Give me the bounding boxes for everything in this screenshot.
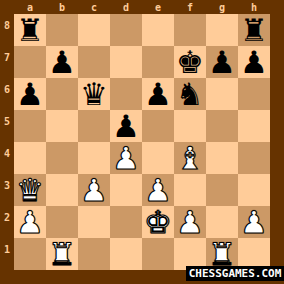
square-h8[interactable]: ♜ [238,14,270,46]
square-e5[interactable] [142,110,174,142]
square-g3[interactable] [206,174,238,206]
file-label-d: d [110,0,142,15]
file-label-h: h [238,0,270,15]
piece-black-pawn: ♟ [240,46,268,78]
square-g5[interactable] [206,110,238,142]
square-a7[interactable] [14,46,46,78]
square-e4[interactable] [142,142,174,174]
square-c5[interactable] [78,110,110,142]
square-f3[interactable] [174,174,206,206]
square-h7[interactable]: ♟ [238,46,270,78]
piece-white-pawn: ♟ [144,174,172,206]
file-label-c: c [78,0,110,15]
square-b5[interactable] [46,110,78,142]
square-c1[interactable] [78,238,110,270]
square-h3[interactable] [238,174,270,206]
file-label-b: b [46,0,78,15]
square-d2[interactable] [110,206,142,238]
square-b8[interactable] [46,14,78,46]
file-label-f: f [174,0,206,15]
rank-label-8: 8 [0,14,14,46]
square-c2[interactable] [78,206,110,238]
piece-white-king: ♚ [144,206,172,238]
square-h5[interactable] [238,110,270,142]
square-d1[interactable] [110,238,142,270]
rank-labels: 87654321 [0,14,14,270]
square-e1[interactable] [142,238,174,270]
square-a5[interactable] [14,110,46,142]
square-e6[interactable]: ♟ [142,78,174,110]
square-f8[interactable] [174,14,206,46]
square-f4[interactable]: ♝ [174,142,206,174]
piece-black-pawn: ♟ [112,110,140,142]
file-label-a: a [14,0,46,15]
rank-label-5: 5 [0,110,14,142]
square-c4[interactable] [78,142,110,174]
piece-white-queen: ♛ [16,174,44,206]
file-label-e: e [142,0,174,15]
square-d3[interactable] [110,174,142,206]
square-a4[interactable] [14,142,46,174]
square-g7[interactable]: ♟ [206,46,238,78]
square-e3[interactable]: ♟ [142,174,174,206]
square-a3[interactable]: ♛ [14,174,46,206]
chess-board-frame: abcdefgh 87654321 ♜♜♟♚♟♟♟♛♟♞♟♟♝♛♟♟♟♚♟♟♜♜… [0,0,284,284]
square-b6[interactable] [46,78,78,110]
square-c8[interactable] [78,14,110,46]
square-d6[interactable] [110,78,142,110]
piece-white-pawn: ♟ [240,206,268,238]
piece-white-pawn: ♟ [112,142,140,174]
piece-black-king: ♚ [176,46,204,78]
square-e2[interactable]: ♚ [142,206,174,238]
piece-black-rook: ♜ [240,14,268,46]
square-b7[interactable]: ♟ [46,46,78,78]
square-b4[interactable] [46,142,78,174]
rank-label-7: 7 [0,46,14,78]
piece-white-bishop: ♝ [176,142,204,174]
rank-label-6: 6 [0,78,14,110]
square-d8[interactable] [110,14,142,46]
square-b3[interactable] [46,174,78,206]
square-h2[interactable]: ♟ [238,206,270,238]
square-g6[interactable] [206,78,238,110]
piece-white-rook: ♜ [48,238,76,270]
piece-black-knight: ♞ [176,78,204,110]
rank-label-2: 2 [0,206,14,238]
square-f2[interactable]: ♟ [174,206,206,238]
rank-label-3: 3 [0,174,14,206]
piece-black-pawn: ♟ [48,46,76,78]
piece-black-pawn: ♟ [16,78,44,110]
square-d7[interactable] [110,46,142,78]
square-d4[interactable]: ♟ [110,142,142,174]
square-d5[interactable]: ♟ [110,110,142,142]
square-e7[interactable] [142,46,174,78]
piece-black-pawn: ♟ [208,46,236,78]
square-a2[interactable]: ♟ [14,206,46,238]
square-f6[interactable]: ♞ [174,78,206,110]
rank-label-1: 1 [0,238,14,270]
piece-black-rook: ♜ [16,14,44,46]
piece-black-queen: ♛ [80,78,108,110]
square-f7[interactable]: ♚ [174,46,206,78]
piece-white-pawn: ♟ [176,206,204,238]
square-h6[interactable] [238,78,270,110]
chess-board: ♜♜♟♚♟♟♟♛♟♞♟♟♝♛♟♟♟♚♟♟♜♜ [14,14,270,270]
file-label-g: g [206,0,238,15]
square-h4[interactable] [238,142,270,174]
watermark: CHESSGAMES.COM [186,266,284,281]
rank-label-4: 4 [0,142,14,174]
square-c6[interactable]: ♛ [78,78,110,110]
square-c7[interactable] [78,46,110,78]
square-g4[interactable] [206,142,238,174]
square-f5[interactable] [174,110,206,142]
file-labels: abcdefgh [14,0,270,14]
square-g2[interactable] [206,206,238,238]
piece-black-pawn: ♟ [144,78,172,110]
square-b1[interactable]: ♜ [46,238,78,270]
square-a8[interactable]: ♜ [14,14,46,46]
piece-white-pawn: ♟ [16,206,44,238]
square-c3[interactable]: ♟ [78,174,110,206]
square-a1[interactable] [14,238,46,270]
square-e8[interactable] [142,14,174,46]
square-b2[interactable] [46,206,78,238]
square-g8[interactable] [206,14,238,46]
piece-white-pawn: ♟ [80,174,108,206]
watermark-text: CHESSGAMES.COM [189,267,282,280]
square-a6[interactable]: ♟ [14,78,46,110]
